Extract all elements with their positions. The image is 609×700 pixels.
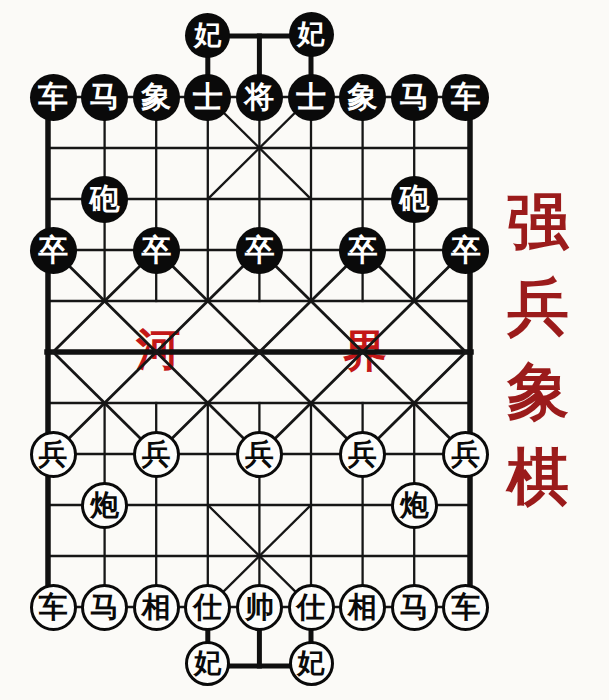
piece-red-consort-left[interactable]: 妃	[185, 641, 230, 686]
piece-black-consort-left[interactable]: 妃	[185, 13, 230, 58]
piece-red-soldier-2[interactable]: 兵	[133, 431, 180, 478]
pieces-layer: 车马象士将士象马车砲砲卒卒卒卒卒兵兵兵兵兵炮炮车马相仕帅仕相马车妃妃妃妃	[0, 0, 609, 700]
piece-red-soldier-5[interactable]: 兵	[442, 431, 489, 478]
piece-red-cannon-left[interactable]: 炮	[81, 482, 128, 529]
piece-black-soldier-4[interactable]: 卒	[339, 227, 386, 274]
piece-black-chariot-right[interactable]: 车	[442, 74, 489, 121]
piece-red-soldier-1[interactable]: 兵	[30, 431, 77, 478]
piece-black-soldier-2[interactable]: 卒	[133, 227, 180, 274]
piece-black-elephant-right[interactable]: 象	[339, 74, 386, 121]
piece-black-advisor-left[interactable]: 士	[184, 74, 231, 121]
piece-red-soldier-4[interactable]: 兵	[339, 431, 386, 478]
piece-red-advisor-right[interactable]: 仕	[288, 584, 335, 631]
piece-red-elephant-right[interactable]: 相	[339, 584, 386, 631]
piece-black-chariot-left[interactable]: 车	[30, 74, 77, 121]
piece-red-soldier-3[interactable]: 兵	[236, 431, 283, 478]
piece-red-horse-left[interactable]: 马	[81, 584, 128, 631]
piece-black-general[interactable]: 将	[236, 74, 283, 121]
piece-red-consort-right[interactable]: 妃	[289, 641, 334, 686]
piece-black-advisor-right[interactable]: 士	[288, 74, 335, 121]
qiangbing-xiangqi-diagram: 河 界	[0, 0, 609, 700]
piece-black-soldier-3[interactable]: 卒	[236, 227, 283, 274]
piece-red-cannon-right[interactable]: 炮	[391, 482, 438, 529]
piece-red-elephant-left[interactable]: 相	[133, 584, 180, 631]
piece-red-chariot-left[interactable]: 车	[30, 584, 77, 631]
piece-red-advisor-left[interactable]: 仕	[184, 584, 231, 631]
piece-black-cannon-left[interactable]: 砲	[81, 176, 128, 223]
piece-black-horse-left[interactable]: 马	[81, 74, 128, 121]
piece-black-elephant-left[interactable]: 象	[133, 74, 180, 121]
piece-black-consort-right[interactable]: 妃	[289, 12, 334, 57]
piece-red-marshal[interactable]: 帅	[236, 584, 283, 631]
piece-black-soldier-5[interactable]: 卒	[442, 227, 489, 274]
piece-black-horse-right[interactable]: 马	[391, 74, 438, 121]
piece-red-horse-right[interactable]: 马	[391, 584, 438, 631]
piece-black-soldier-1[interactable]: 卒	[30, 227, 77, 274]
piece-black-cannon-right[interactable]: 砲	[391, 176, 438, 223]
piece-red-chariot-right[interactable]: 车	[442, 584, 489, 631]
